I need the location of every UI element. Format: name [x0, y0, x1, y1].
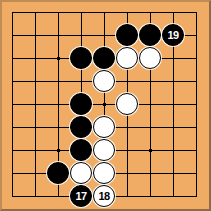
white-stone[interactable]	[93, 70, 115, 92]
black-stone[interactable]	[70, 139, 92, 161]
black-stone[interactable]	[116, 24, 138, 46]
star-point	[149, 149, 152, 152]
black-stone[interactable]	[70, 47, 92, 69]
black-stone[interactable]	[139, 24, 161, 46]
black-stone[interactable]	[70, 116, 92, 138]
white-stone[interactable]	[93, 116, 115, 138]
black-stone[interactable]	[70, 93, 92, 115]
black-stone[interactable]	[47, 162, 69, 184]
white-stone[interactable]	[116, 93, 138, 115]
white-stone[interactable]	[139, 47, 161, 69]
white-stone[interactable]	[93, 139, 115, 161]
white-stone[interactable]	[116, 47, 138, 69]
star-point	[103, 103, 106, 106]
black-stone-move-17[interactable]: 17	[70, 185, 92, 207]
star-point	[57, 57, 60, 60]
black-stone[interactable]	[93, 47, 115, 69]
star-point	[57, 149, 60, 152]
white-stone[interactable]	[70, 162, 92, 184]
white-stone-move-18[interactable]: 18	[93, 185, 115, 207]
black-stone-move-19[interactable]: 19	[162, 24, 184, 46]
white-stone[interactable]	[93, 162, 115, 184]
grid-line-vertical	[196, 12, 197, 197]
go-board[interactable]: 191718	[0, 0, 211, 211]
